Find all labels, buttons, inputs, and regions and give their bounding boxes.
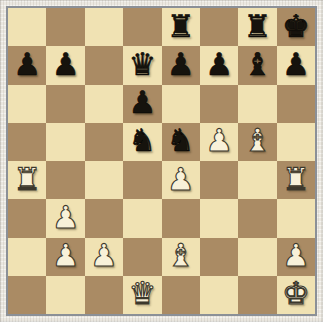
square-e5[interactable]: ♞ xyxy=(162,123,200,161)
square-b6[interactable] xyxy=(46,85,84,123)
piece-black-pawn[interactable]: ♟ xyxy=(282,49,310,80)
piece-black-pawn[interactable]: ♟ xyxy=(13,49,41,80)
square-d2[interactable] xyxy=(123,238,161,276)
square-d4[interactable] xyxy=(123,161,161,199)
piece-white-pawn[interactable]: ♟ xyxy=(52,202,80,233)
piece-white-pawn[interactable]: ♟ xyxy=(205,125,233,156)
piece-white-pawn[interactable]: ♟ xyxy=(90,240,118,271)
square-h4[interactable]: ♜ xyxy=(277,161,315,199)
square-d5[interactable]: ♞ xyxy=(123,123,161,161)
square-a6[interactable] xyxy=(8,85,46,123)
square-a5[interactable] xyxy=(8,123,46,161)
square-f3[interactable] xyxy=(200,199,238,237)
piece-white-pawn[interactable]: ♟ xyxy=(167,164,195,195)
piece-white-rook[interactable]: ♜ xyxy=(13,164,41,195)
square-b2[interactable]: ♟ xyxy=(46,238,84,276)
square-g4[interactable] xyxy=(238,161,276,199)
piece-black-pawn[interactable]: ♟ xyxy=(52,49,80,80)
piece-black-bishop[interactable]: ♝ xyxy=(244,49,272,80)
square-c4[interactable] xyxy=(85,161,123,199)
piece-white-pawn[interactable]: ♟ xyxy=(282,240,310,271)
square-h5[interactable] xyxy=(277,123,315,161)
square-f7[interactable]: ♟ xyxy=(200,46,238,84)
square-a2[interactable] xyxy=(8,238,46,276)
square-a8[interactable] xyxy=(8,8,46,46)
square-g6[interactable] xyxy=(238,85,276,123)
square-e2[interactable]: ♝ xyxy=(162,238,200,276)
square-e6[interactable] xyxy=(162,85,200,123)
square-b4[interactable] xyxy=(46,161,84,199)
square-b5[interactable] xyxy=(46,123,84,161)
square-e8[interactable]: ♜ xyxy=(162,8,200,46)
square-a7[interactable]: ♟ xyxy=(8,46,46,84)
square-h1[interactable]: ♚ xyxy=(277,276,315,314)
square-h3[interactable] xyxy=(277,199,315,237)
square-g5[interactable]: ♝ xyxy=(238,123,276,161)
square-e1[interactable] xyxy=(162,276,200,314)
piece-black-knight[interactable]: ♞ xyxy=(167,125,195,156)
square-c7[interactable] xyxy=(85,46,123,84)
square-f1[interactable] xyxy=(200,276,238,314)
piece-black-knight[interactable]: ♞ xyxy=(128,125,156,156)
piece-black-pawn[interactable]: ♟ xyxy=(205,49,233,80)
square-c2[interactable]: ♟ xyxy=(85,238,123,276)
square-c5[interactable] xyxy=(85,123,123,161)
piece-black-pawn[interactable]: ♟ xyxy=(128,87,156,118)
square-h7[interactable]: ♟ xyxy=(277,46,315,84)
piece-white-king[interactable]: ♚ xyxy=(282,278,310,309)
piece-black-pawn[interactable]: ♟ xyxy=(167,49,195,80)
square-b1[interactable] xyxy=(46,276,84,314)
square-f6[interactable] xyxy=(200,85,238,123)
square-d7[interactable]: ♛ xyxy=(123,46,161,84)
piece-black-rook[interactable]: ♜ xyxy=(167,11,195,42)
chess-board: ♜♜♚♟♟♛♟♟♝♟♟♞♞♟♝♜♟♜♟♟♟♝♟♛♚ xyxy=(8,8,315,314)
square-d6[interactable]: ♟ xyxy=(123,85,161,123)
square-g7[interactable]: ♝ xyxy=(238,46,276,84)
square-c8[interactable] xyxy=(85,8,123,46)
square-g2[interactable] xyxy=(238,238,276,276)
square-d1[interactable]: ♛ xyxy=(123,276,161,314)
square-a3[interactable] xyxy=(8,199,46,237)
square-c3[interactable] xyxy=(85,199,123,237)
square-a1[interactable] xyxy=(8,276,46,314)
square-a4[interactable]: ♜ xyxy=(8,161,46,199)
square-b7[interactable]: ♟ xyxy=(46,46,84,84)
square-f4[interactable] xyxy=(200,161,238,199)
square-h6[interactable] xyxy=(277,85,315,123)
square-d3[interactable] xyxy=(123,199,161,237)
square-e4[interactable]: ♟ xyxy=(162,161,200,199)
square-g1[interactable] xyxy=(238,276,276,314)
square-g3[interactable] xyxy=(238,199,276,237)
square-f8[interactable] xyxy=(200,8,238,46)
board-frame: ♜♜♚♟♟♛♟♟♝♟♟♞♞♟♝♜♟♜♟♟♟♝♟♛♚ xyxy=(0,0,323,322)
piece-white-bishop[interactable]: ♝ xyxy=(244,125,272,156)
square-e3[interactable] xyxy=(162,199,200,237)
square-h2[interactable]: ♟ xyxy=(277,238,315,276)
board-border-line: ♜♜♚♟♟♛♟♟♝♟♟♞♞♟♝♜♟♜♟♟♟♝♟♛♚ xyxy=(6,6,317,316)
piece-black-king[interactable]: ♚ xyxy=(282,11,310,42)
square-f5[interactable]: ♟ xyxy=(200,123,238,161)
square-c6[interactable] xyxy=(85,85,123,123)
square-h8[interactable]: ♚ xyxy=(277,8,315,46)
piece-white-rook[interactable]: ♜ xyxy=(282,164,310,195)
square-c1[interactable] xyxy=(85,276,123,314)
square-b3[interactable]: ♟ xyxy=(46,199,84,237)
piece-white-pawn[interactable]: ♟ xyxy=(52,240,80,271)
piece-white-bishop[interactable]: ♝ xyxy=(167,240,195,271)
square-d8[interactable] xyxy=(123,8,161,46)
square-e7[interactable]: ♟ xyxy=(162,46,200,84)
piece-black-rook[interactable]: ♜ xyxy=(244,11,272,42)
square-b8[interactable] xyxy=(46,8,84,46)
chess-diagram: ♜♜♚♟♟♛♟♟♝♟♟♞♞♟♝♜♟♜♟♟♟♝♟♛♚ xyxy=(0,0,323,322)
piece-black-queen[interactable]: ♛ xyxy=(128,49,156,80)
square-f2[interactable] xyxy=(200,238,238,276)
piece-white-queen[interactable]: ♛ xyxy=(128,278,156,309)
square-g8[interactable]: ♜ xyxy=(238,8,276,46)
